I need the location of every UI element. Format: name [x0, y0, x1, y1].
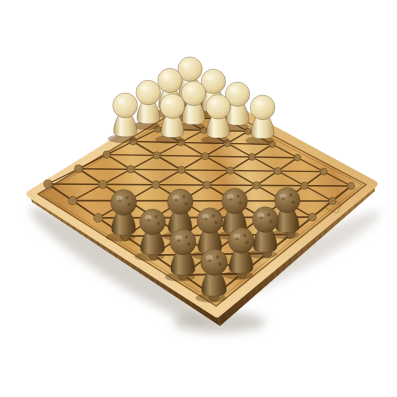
peg-highlight — [183, 63, 190, 68]
peg-highlight — [255, 101, 262, 106]
board-hole[interactable] — [44, 180, 52, 188]
board-hole[interactable] — [178, 166, 185, 173]
board-hole[interactable] — [153, 152, 160, 159]
peg-highlight — [118, 99, 125, 104]
board-game-photo — [0, 0, 397, 397]
board-hole[interactable] — [203, 181, 211, 189]
peg-speckle — [157, 222, 160, 225]
peg-head — [136, 80, 161, 105]
peg-speckle — [212, 214, 215, 217]
peg-highlight — [211, 100, 218, 105]
peg-speckle — [218, 263, 222, 267]
peg-speckle — [267, 213, 270, 216]
board-hole[interactable] — [308, 213, 316, 221]
peg-speckle — [239, 201, 242, 204]
board-hole[interactable] — [301, 182, 308, 189]
peg-speckle — [216, 255, 220, 259]
peg-highlight — [257, 213, 264, 218]
peg-head — [206, 95, 231, 120]
peg-speckle — [245, 241, 248, 244]
peg-speckle — [269, 220, 272, 223]
peg-head — [167, 189, 193, 215]
peg-speckle — [185, 235, 188, 238]
peg-highlight — [141, 86, 148, 91]
peg-head — [181, 81, 206, 106]
peg-head — [113, 93, 138, 118]
light-peg[interactable] — [108, 93, 138, 143]
peg-speckle — [154, 215, 157, 218]
peg-highlight — [206, 255, 213, 260]
peg-head — [140, 209, 166, 235]
peg-speckle — [292, 201, 295, 204]
peg-highlight — [230, 88, 237, 93]
board-hole[interactable] — [152, 181, 160, 189]
board-hole[interactable] — [127, 166, 135, 174]
board-hole[interactable] — [294, 154, 301, 161]
peg-head — [228, 228, 254, 254]
peg-speckle — [243, 234, 246, 237]
peg-head — [170, 229, 196, 255]
board-hole[interactable] — [75, 165, 83, 173]
peg-highlight — [227, 194, 234, 199]
peg-highlight — [172, 195, 179, 200]
peg-head — [158, 68, 182, 92]
peg-highlight — [162, 74, 169, 79]
peg-head — [197, 208, 223, 234]
peg-game-board — [0, 0, 397, 397]
board-hole[interactable] — [227, 167, 234, 174]
peg-speckle — [289, 194, 292, 197]
peg-highlight — [116, 196, 123, 201]
board-hole[interactable] — [347, 182, 354, 189]
peg-head — [160, 94, 185, 119]
peg-highlight — [165, 99, 172, 104]
board-hole[interactable] — [94, 214, 103, 223]
peg-head — [275, 188, 300, 213]
peg-head — [222, 188, 248, 214]
peg-head — [252, 207, 278, 233]
board-hole[interactable] — [68, 196, 77, 205]
peg-speckle — [184, 202, 187, 205]
board-hole[interactable] — [103, 151, 110, 158]
board-hole[interactable] — [274, 167, 281, 174]
peg-highlight — [202, 214, 209, 219]
peg-highlight — [280, 193, 287, 198]
peg-head — [201, 249, 228, 276]
peg-head — [111, 190, 137, 216]
board-hole[interactable] — [99, 180, 107, 188]
peg-speckle — [236, 194, 239, 197]
peg-highlight — [233, 234, 240, 239]
board-hole[interactable] — [253, 182, 260, 189]
board-hole[interactable] — [249, 153, 256, 160]
peg-highlight — [175, 235, 182, 240]
board-hole[interactable] — [320, 168, 327, 175]
peg-head — [250, 95, 275, 120]
peg-speckle — [214, 221, 217, 224]
peg-speckle — [125, 196, 128, 199]
board-hole[interactable] — [202, 153, 209, 160]
peg-speckle — [187, 242, 190, 245]
peg-highlight — [145, 215, 152, 220]
peg-highlight — [206, 75, 213, 80]
peg-speckle — [182, 195, 185, 198]
peg-speckle — [128, 203, 131, 206]
peg-highlight — [186, 87, 193, 92]
